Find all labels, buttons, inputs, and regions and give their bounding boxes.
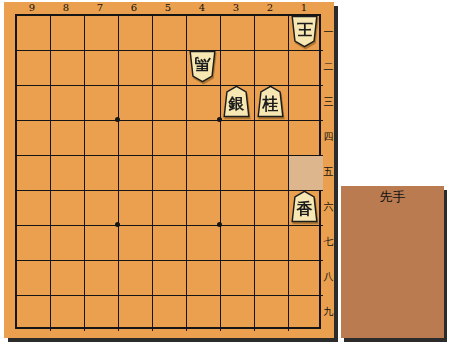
sente-hand-panel: 先手 (341, 186, 444, 338)
piece-knight[interactable]: 桂 (255, 85, 286, 118)
board-square[interactable] (289, 51, 323, 86)
board-square[interactable] (85, 296, 119, 331)
file-labels: 987654321 (15, 2, 321, 14)
board-square[interactable] (153, 156, 187, 191)
board-square[interactable] (119, 86, 153, 121)
svg-text:桂: 桂 (261, 94, 278, 113)
board-square[interactable] (119, 226, 153, 261)
board-square[interactable] (17, 51, 51, 86)
shogi-app: 987654321 一二三四五六七八九 王馬銀桂香 先手 (0, 0, 450, 345)
file-label: 1 (287, 2, 321, 14)
board-square[interactable] (85, 226, 119, 261)
board-square[interactable] (119, 156, 153, 191)
board-square[interactable] (255, 261, 289, 296)
board-square[interactable] (221, 156, 255, 191)
board-square[interactable] (187, 156, 221, 191)
board-square[interactable] (289, 226, 323, 261)
rank-label: 三 (323, 84, 334, 119)
board-square[interactable] (187, 296, 221, 331)
board-square[interactable] (51, 296, 85, 331)
board-square[interactable] (17, 16, 51, 51)
board-square[interactable] (255, 121, 289, 156)
board-square[interactable] (51, 191, 85, 226)
board-square[interactable] (153, 261, 187, 296)
board-square[interactable] (17, 261, 51, 296)
piece-king[interactable]: 王 (289, 15, 320, 48)
board-square[interactable] (51, 261, 85, 296)
board-grid (15, 14, 321, 329)
sente-hand-title: 先手 (341, 188, 444, 206)
board-square[interactable] (119, 191, 153, 226)
board-square[interactable] (17, 156, 51, 191)
board-square[interactable] (51, 156, 85, 191)
rank-label: 四 (323, 119, 334, 154)
board-square[interactable] (119, 261, 153, 296)
board-square[interactable] (17, 191, 51, 226)
board-square[interactable] (255, 226, 289, 261)
star-point (115, 117, 120, 122)
board-square[interactable] (289, 261, 323, 296)
file-label: 2 (253, 2, 287, 14)
board-square[interactable] (51, 226, 85, 261)
board-square[interactable] (221, 261, 255, 296)
board-square[interactable] (153, 86, 187, 121)
board-square[interactable] (187, 226, 221, 261)
piece-promoted-bishop[interactable]: 馬 (187, 50, 218, 83)
shogi-board: 987654321 一二三四五六七八九 王馬銀桂香 (4, 2, 334, 338)
rank-label: 六 (323, 189, 334, 224)
board-square[interactable] (85, 16, 119, 51)
board-square[interactable] (187, 191, 221, 226)
star-point (217, 222, 222, 227)
rank-label: 九 (323, 294, 334, 329)
board-square[interactable] (119, 121, 153, 156)
piece-silver[interactable]: 銀 (221, 85, 252, 118)
board-square[interactable] (119, 51, 153, 86)
board-square[interactable] (289, 86, 323, 121)
svg-text:馬: 馬 (194, 55, 211, 74)
board-square[interactable] (119, 296, 153, 331)
board-square[interactable] (221, 226, 255, 261)
file-label: 3 (219, 2, 253, 14)
board-square[interactable] (255, 296, 289, 331)
board-square[interactable] (85, 191, 119, 226)
board-square[interactable] (221, 16, 255, 51)
file-label: 6 (117, 2, 151, 14)
piece-lance[interactable]: 香 (289, 190, 320, 223)
star-point (115, 222, 120, 227)
svg-text:香: 香 (295, 199, 313, 218)
board-square[interactable] (187, 261, 221, 296)
board-square[interactable] (187, 86, 221, 121)
board-square[interactable] (85, 261, 119, 296)
board-square[interactable] (153, 296, 187, 331)
board-square[interactable] (17, 121, 51, 156)
file-label: 8 (49, 2, 83, 14)
board-square[interactable] (85, 156, 119, 191)
board-square[interactable] (187, 121, 221, 156)
board-square[interactable] (153, 51, 187, 86)
rank-labels: 一二三四五六七八九 (323, 14, 334, 329)
rank-label: 二 (323, 49, 334, 84)
board-square[interactable] (221, 51, 255, 86)
board-square[interactable] (85, 121, 119, 156)
board-square[interactable] (255, 51, 289, 86)
board-square[interactable] (153, 226, 187, 261)
board-square[interactable] (17, 86, 51, 121)
board-square[interactable] (17, 226, 51, 261)
board-square[interactable] (85, 51, 119, 86)
rank-label: 七 (323, 224, 334, 259)
board-square[interactable] (221, 121, 255, 156)
board-square[interactable] (51, 121, 85, 156)
board-square[interactable] (85, 86, 119, 121)
board-square[interactable] (119, 16, 153, 51)
file-label: 4 (185, 2, 219, 14)
board-square[interactable] (289, 296, 323, 331)
board-square[interactable] (51, 86, 85, 121)
board-square[interactable] (221, 191, 255, 226)
board-square[interactable] (289, 121, 323, 156)
file-label: 9 (15, 2, 49, 14)
board-square[interactable] (153, 121, 187, 156)
board-square[interactable] (153, 191, 187, 226)
rank-label: 五 (323, 154, 334, 189)
board-square[interactable] (221, 296, 255, 331)
rank-label: 八 (323, 259, 334, 294)
rank-label: 一 (323, 14, 334, 49)
board-square[interactable] (17, 296, 51, 331)
svg-text:王: 王 (296, 20, 313, 39)
svg-text:銀: 銀 (227, 94, 244, 113)
file-label: 5 (151, 2, 185, 14)
board-square[interactable] (255, 191, 289, 226)
board-square[interactable] (51, 51, 85, 86)
board-square[interactable] (153, 16, 187, 51)
highlighted-square[interactable] (289, 156, 323, 191)
file-label: 7 (83, 2, 117, 14)
star-point (217, 117, 222, 122)
board-square[interactable] (255, 156, 289, 191)
board-square[interactable] (51, 16, 85, 51)
board-square[interactable] (255, 16, 289, 51)
board-square[interactable] (187, 16, 221, 51)
